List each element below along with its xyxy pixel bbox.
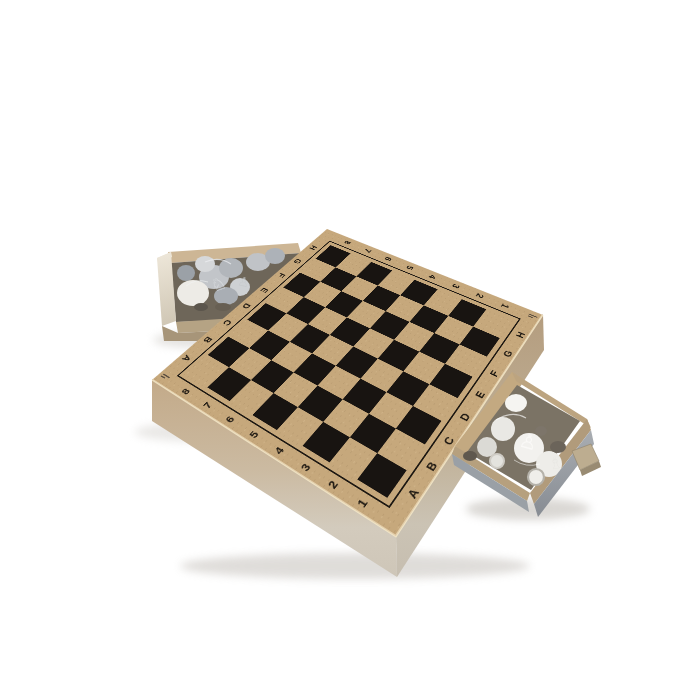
product-photo: ♘ ♙ AABBCCDDEEFFGGHH1122334455667788 — [0, 0, 700, 700]
right-drawer-layer: ♙ ♗ — [0, 0, 700, 700]
right-drawer: ♙ ♗ — [452, 372, 601, 520]
